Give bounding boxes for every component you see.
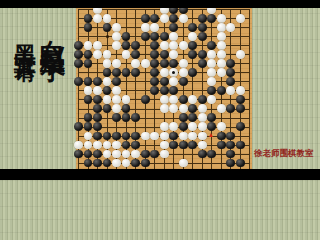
black-stone	[198, 150, 207, 159]
white-stone	[217, 104, 226, 113]
black-stone	[207, 14, 216, 23]
black-stone	[236, 122, 245, 131]
white-stone	[103, 95, 112, 104]
white-stone	[112, 86, 121, 95]
white-stone	[122, 150, 131, 159]
white-stone	[84, 132, 93, 141]
white-stone	[103, 59, 112, 68]
black-stone	[226, 150, 235, 159]
black-stone	[179, 95, 188, 104]
white-stone	[74, 141, 83, 150]
black-stone	[122, 113, 131, 122]
white-stone	[112, 95, 121, 104]
black-stone	[93, 113, 102, 122]
white-stone	[207, 77, 216, 86]
white-stone	[160, 150, 169, 159]
white-stone	[112, 104, 121, 113]
black-stone	[112, 68, 121, 77]
white-stone	[141, 59, 150, 68]
white-stone	[112, 159, 121, 168]
black-stone	[93, 95, 102, 104]
black-stone	[150, 86, 159, 95]
black-stone	[93, 104, 102, 113]
black-stone	[150, 14, 159, 23]
black-stone	[131, 113, 140, 122]
black-stone	[207, 86, 216, 95]
white-stone	[179, 14, 188, 23]
white-stone	[236, 14, 245, 23]
black-stone	[93, 122, 102, 131]
white-stone	[217, 23, 226, 32]
black-stone	[188, 104, 197, 113]
black-stone	[236, 95, 245, 104]
black-stone	[198, 23, 207, 32]
black-stone	[188, 113, 197, 122]
white-stone	[160, 14, 169, 23]
white-stone	[179, 59, 188, 68]
black-stone	[131, 159, 140, 168]
black-stone	[179, 141, 188, 150]
white-stone	[103, 150, 112, 159]
black-stone	[93, 132, 102, 141]
black-stone	[188, 23, 197, 32]
black-stone	[198, 50, 207, 59]
black-stone	[150, 41, 159, 50]
white-stone	[169, 122, 178, 131]
white-stone	[103, 50, 112, 59]
black-stone	[84, 77, 93, 86]
white-stone	[217, 122, 226, 131]
white-stone	[131, 59, 140, 68]
black-stone	[198, 95, 207, 104]
black-stone	[74, 41, 83, 50]
white-stone	[198, 132, 207, 141]
black-stone	[74, 59, 83, 68]
black-stone	[103, 159, 112, 168]
white-stone	[93, 14, 102, 23]
black-stone	[169, 59, 178, 68]
white-stone	[122, 95, 131, 104]
black-stone	[160, 32, 169, 41]
black-stone	[84, 14, 93, 23]
white-stone	[188, 32, 197, 41]
black-stone	[217, 141, 226, 150]
black-stone	[150, 59, 159, 68]
black-stone	[103, 86, 112, 95]
black-stone	[74, 50, 83, 59]
black-stone	[160, 59, 169, 68]
white-stone	[207, 68, 216, 77]
black-stone	[122, 32, 131, 41]
black-stone	[226, 159, 235, 168]
white-stone	[84, 41, 93, 50]
black-stone	[236, 104, 245, 113]
black-stone	[112, 113, 121, 122]
black-stone	[150, 77, 159, 86]
black-stone	[74, 150, 83, 159]
white-player-name: 白赵晨宇	[40, 19, 66, 39]
black-stone	[207, 150, 216, 159]
black-stone	[188, 50, 197, 59]
white-stone	[103, 14, 112, 23]
white-stone	[160, 132, 169, 141]
black-stone	[188, 41, 197, 50]
letterbox-bar-top	[0, 0, 320, 8]
black-stone	[84, 59, 93, 68]
black-stone	[236, 159, 245, 168]
white-stone	[179, 159, 188, 168]
white-stone	[112, 41, 121, 50]
white-stone	[217, 59, 226, 68]
go-board	[76, 8, 252, 180]
black-stone	[226, 68, 235, 77]
black-stone	[226, 141, 235, 150]
black-stone	[160, 50, 169, 59]
white-stone	[217, 68, 226, 77]
white-stone	[103, 77, 112, 86]
black-stone	[74, 77, 83, 86]
white-stone	[122, 159, 131, 168]
black-stone	[217, 86, 226, 95]
black-stone	[84, 50, 93, 59]
white-stone	[112, 32, 121, 41]
white-stone	[93, 41, 102, 50]
white-stone	[226, 23, 235, 32]
white-stone	[169, 77, 178, 86]
black-stone	[198, 14, 207, 23]
black-stone	[207, 113, 216, 122]
black-stone	[188, 68, 197, 77]
black-stone	[122, 41, 131, 50]
white-stone	[207, 59, 216, 68]
white-stone	[141, 132, 150, 141]
black-stone	[122, 104, 131, 113]
black-stone	[103, 132, 112, 141]
black-stone	[169, 141, 178, 150]
black-stone	[122, 132, 131, 141]
black-stone	[188, 141, 197, 150]
black-stone	[84, 95, 93, 104]
white-stone	[131, 150, 140, 159]
black-stone	[84, 122, 93, 131]
white-stone	[84, 141, 93, 150]
white-stone	[207, 50, 216, 59]
black-stone	[103, 68, 112, 77]
black-stone	[74, 122, 83, 131]
black-stone	[226, 59, 235, 68]
white-stone	[198, 113, 207, 122]
white-stone	[150, 132, 159, 141]
black-stone	[169, 23, 178, 32]
white-stone	[160, 122, 169, 131]
channel-caption: 徐老师围棋教室	[254, 148, 318, 160]
white-stone	[236, 50, 245, 59]
black-stone	[226, 104, 235, 113]
white-stone	[93, 50, 102, 59]
black-stone	[122, 68, 131, 77]
black-stone	[93, 77, 102, 86]
black-stone	[160, 86, 169, 95]
white-stone	[179, 41, 188, 50]
black-stone	[84, 113, 93, 122]
black-stone	[131, 41, 140, 50]
white-stone	[112, 59, 121, 68]
white-stone	[160, 141, 169, 150]
black-stone	[112, 132, 121, 141]
white-stone	[198, 141, 207, 150]
black-stone	[236, 141, 245, 150]
white-stone	[207, 95, 216, 104]
white-stone	[141, 23, 150, 32]
black-stone	[131, 141, 140, 150]
white-stone	[84, 86, 93, 95]
black-stone	[103, 23, 112, 32]
black-stone	[169, 132, 178, 141]
white-stone	[169, 41, 178, 50]
white-stone	[122, 50, 131, 59]
white-stone	[103, 141, 112, 150]
stones-layer	[74, 5, 255, 177]
black-stone	[131, 50, 140, 59]
white-stone	[179, 132, 188, 141]
black-stone	[217, 132, 226, 141]
white-stone	[169, 32, 178, 41]
black-stone	[207, 122, 216, 131]
white-stone	[160, 95, 169, 104]
black-stone	[150, 68, 159, 77]
video-frame: { "game": "go", "players": { "black_labe…	[0, 0, 320, 180]
black-stone	[84, 23, 93, 32]
black-stone	[226, 132, 235, 141]
black-stone	[131, 132, 140, 141]
black-stone	[207, 41, 216, 50]
white-stone	[217, 14, 226, 23]
white-stone	[217, 41, 226, 50]
white-stone	[179, 68, 188, 77]
white-stone	[236, 86, 245, 95]
black-player-name: 黑申真谞	[14, 27, 36, 47]
white-stone	[93, 86, 102, 95]
letterbox-bar-bottom	[0, 169, 320, 180]
black-stone	[179, 113, 188, 122]
black-stone	[198, 59, 207, 68]
black-stone	[112, 77, 121, 86]
white-stone	[112, 23, 121, 32]
black-stone	[150, 50, 159, 59]
white-stone	[160, 68, 169, 77]
black-stone	[93, 159, 102, 168]
black-stone	[179, 122, 188, 131]
white-stone	[169, 95, 178, 104]
red-triangle-marker	[209, 133, 213, 137]
white-stone	[217, 50, 226, 59]
black-stone	[84, 159, 93, 168]
white-stone	[188, 132, 197, 141]
black-stone	[169, 14, 178, 23]
white-stone	[112, 150, 121, 159]
black-stone	[150, 32, 159, 41]
black-stone	[198, 32, 207, 41]
black-stone	[122, 141, 131, 150]
black-stone	[93, 150, 102, 159]
white-stone	[112, 141, 121, 150]
white-stone	[169, 104, 178, 113]
black-stone	[103, 104, 112, 113]
black-stone	[226, 77, 235, 86]
black-stone	[179, 77, 188, 86]
black-stone	[141, 150, 150, 159]
white-stone	[93, 141, 102, 150]
black-stone	[141, 14, 150, 23]
white-stone	[150, 23, 159, 32]
white-stone	[160, 41, 169, 50]
white-stone	[188, 122, 197, 131]
white-stone	[198, 104, 207, 113]
black-stone	[131, 68, 140, 77]
white-stone	[188, 95, 197, 104]
white-stone	[226, 86, 235, 95]
white-stone	[217, 32, 226, 41]
black-stone	[84, 150, 93, 159]
black-stone	[169, 86, 178, 95]
black-stone	[160, 77, 169, 86]
black-stone	[141, 95, 150, 104]
white-stone	[160, 104, 169, 113]
black-stone	[150, 150, 159, 159]
white-stone	[169, 50, 178, 59]
black-stone	[141, 32, 150, 41]
black-stone	[141, 159, 150, 168]
white-stone	[198, 122, 207, 131]
white-stone	[179, 104, 188, 113]
